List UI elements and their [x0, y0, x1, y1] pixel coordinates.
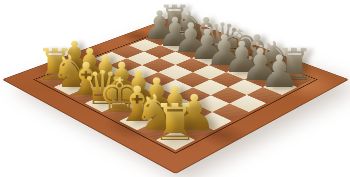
- chess-board: [2, 15, 348, 173]
- chess-set-photo: ♜♞♟♝♟♛♟♚♟♝♟♞♟♟♜♟♟♜♟♟♞♟♝♟♛♟♚♟♝♟♞♜: [0, 0, 350, 177]
- board-shadow: [0, 0, 350, 177]
- board-squares: [39, 27, 312, 150]
